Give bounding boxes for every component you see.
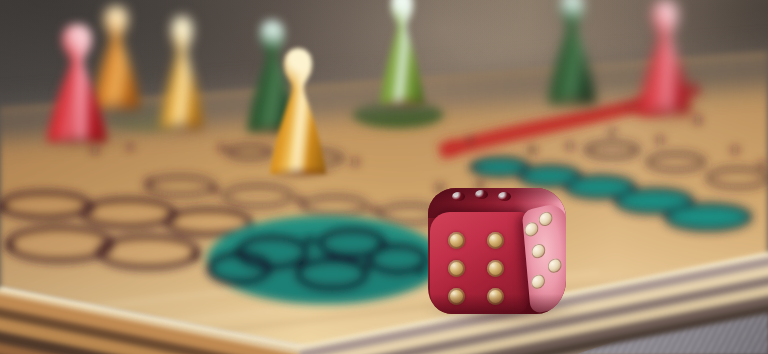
die-pip — [487, 288, 504, 305]
die-front-face — [430, 212, 528, 314]
die-pip — [531, 273, 546, 290]
pawn-layer — [0, 0, 768, 354]
die-pip — [547, 257, 562, 274]
die-pip — [538, 210, 553, 227]
die-pip — [448, 260, 465, 277]
pawn-yellow-2 — [161, 16, 203, 128]
die-pip — [448, 288, 465, 305]
die-pip — [531, 243, 546, 260]
pawn-green-light-1 — [380, 0, 424, 104]
pawn-body — [161, 16, 203, 128]
pawn-body — [270, 48, 326, 174]
die-pip — [452, 192, 465, 201]
die-pip — [498, 192, 511, 201]
die-pip — [475, 190, 488, 199]
pawn-body — [380, 0, 424, 104]
pawn-red-2 — [639, 0, 691, 114]
pawn-body — [47, 24, 107, 142]
pawn-green-dark-2 — [548, 0, 596, 104]
pawn-red-1 — [47, 24, 107, 142]
die-pip — [487, 232, 504, 249]
die-pip — [524, 221, 539, 238]
pawn-body — [548, 0, 596, 104]
pawn-body — [639, 0, 691, 114]
die-pip — [487, 260, 504, 277]
boardgame-photo — [0, 0, 768, 354]
pawn-yellow-1 — [270, 48, 326, 174]
die — [428, 188, 566, 314]
die-right-face — [522, 201, 566, 314]
die-pip — [448, 232, 465, 249]
